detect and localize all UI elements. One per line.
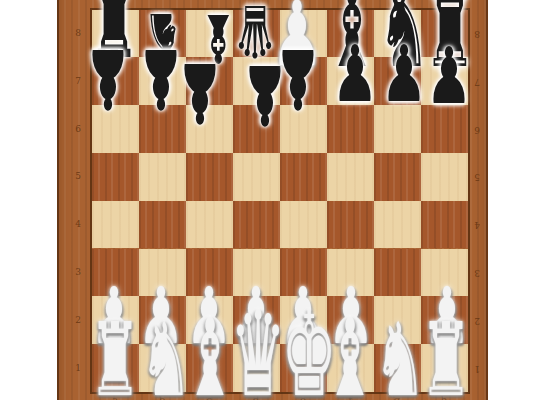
rank-label-right-3: 3 [470,268,484,277]
square-e4[interactable] [280,201,327,249]
square-c5[interactable] [186,153,233,201]
rank-label-right-4: 4 [470,220,484,229]
square-b5[interactable] [139,153,186,201]
square-g4[interactable] [374,201,421,249]
square-d5[interactable] [233,153,280,201]
piece-black-pawn-h7[interactable]: ♟ [409,38,489,116]
square-e5[interactable] [280,153,327,201]
chess-board: 8877665544332211abcdefgh♜♞♝♛♟♝♞♜♟♟♟♟♟♟♟♟… [57,0,488,400]
square-f5[interactable] [327,153,374,201]
square-h5[interactable] [421,153,468,201]
piece-white-rook-h1[interactable]: ♜ [406,309,486,400]
rank-label-right-5: 5 [470,172,484,181]
rank-label-left-6: 6 [71,125,85,134]
square-g5[interactable] [374,153,421,201]
rank-label-left-5: 5 [71,172,85,181]
square-c4[interactable] [186,201,233,249]
square-a5[interactable] [92,153,139,201]
rank-label-left-4: 4 [71,220,85,229]
rank-label-right-6: 6 [470,125,484,134]
square-a4[interactable] [92,201,139,249]
square-h4[interactable] [421,201,468,249]
screenshot-stage: 8877665544332211abcdefgh♜♞♝♛♟♝♞♜♟♟♟♟♟♟♟♟… [0,0,560,400]
square-d4[interactable] [233,201,280,249]
square-f4[interactable] [327,201,374,249]
rank-label-left-3: 3 [71,268,85,277]
square-b4[interactable] [139,201,186,249]
